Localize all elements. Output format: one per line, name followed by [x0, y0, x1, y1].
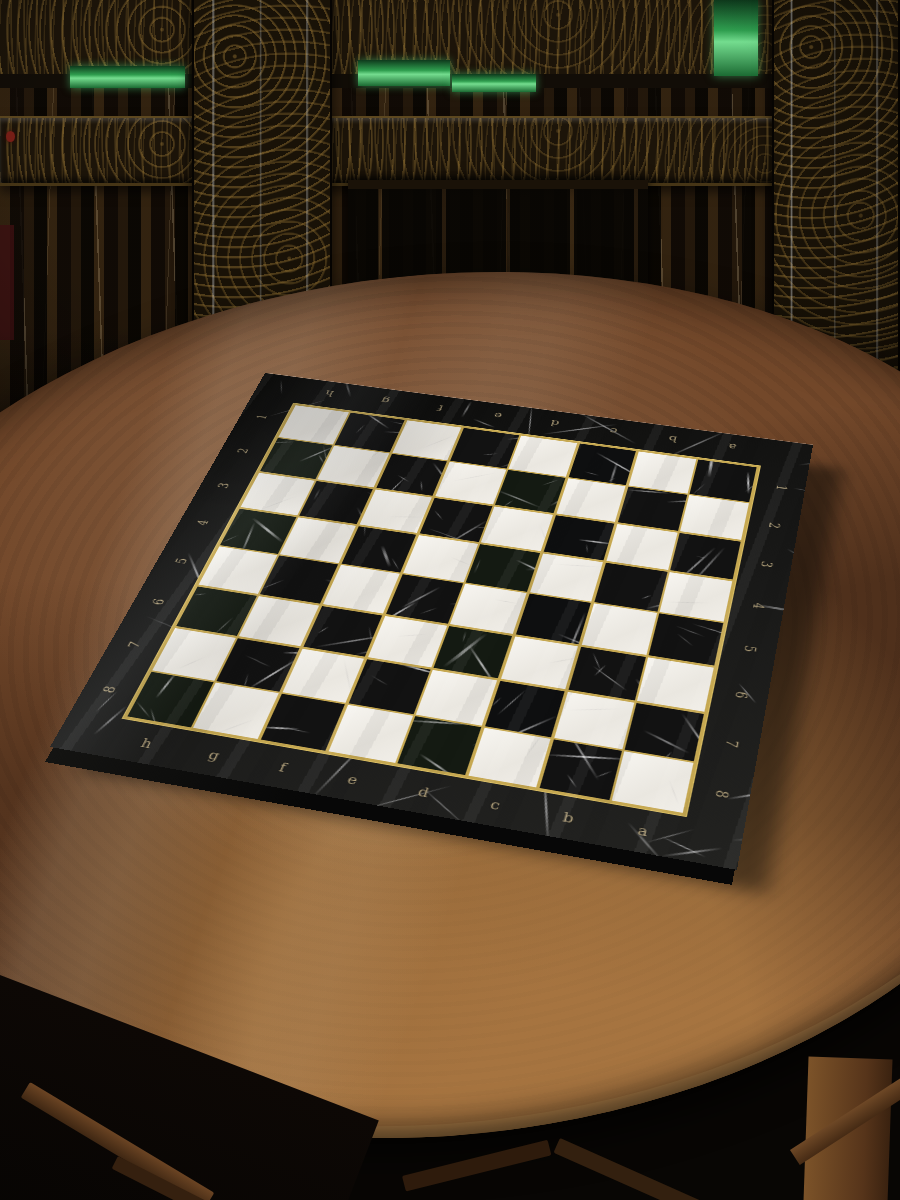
file-label-bottom-e: e: [346, 773, 360, 786]
rank-label-left-4: 4: [194, 519, 210, 526]
file-label-bottom-g: g: [207, 749, 222, 762]
file-label-bottom-b: b: [562, 811, 576, 825]
wood-strut: [402, 1140, 551, 1192]
file-label-bottom-c: c: [489, 798, 502, 811]
file-label-top-d: d: [550, 419, 561, 428]
rank-label-right-5: 5: [742, 645, 759, 654]
file-label-top-g: g: [379, 397, 390, 405]
file-label-top-b: b: [667, 435, 678, 444]
rank-label-right-6: 6: [733, 690, 750, 699]
rank-label-right-4: 4: [751, 602, 767, 610]
rank-label-left-8: 8: [100, 685, 118, 694]
file-label-top-a: a: [727, 442, 737, 451]
file-label-top-h: h: [324, 389, 336, 397]
rank-label-right-3: 3: [759, 561, 775, 569]
file-label-bottom-f: f: [277, 761, 288, 773]
scene: hhggffeeddccbbaa1122334455667788: [0, 0, 900, 1200]
rank-label-left-7: 7: [125, 640, 143, 649]
file-label-bottom-d: d: [416, 786, 430, 799]
rank-label-right-7: 7: [723, 738, 741, 748]
rank-label-right-2: 2: [767, 522, 782, 529]
file-label-bottom-h: h: [139, 737, 154, 750]
wood-strut: [553, 1138, 715, 1200]
rank-label-right-1: 1: [774, 484, 789, 491]
rank-label-left-2: 2: [235, 447, 250, 454]
rank-label-left-1: 1: [254, 414, 269, 420]
rank-label-left-3: 3: [215, 482, 231, 489]
rank-label-left-6: 6: [150, 598, 167, 606]
rank-label-right-8: 8: [713, 789, 731, 799]
file-label-top-e: e: [492, 411, 503, 419]
rank-label-left-5: 5: [173, 557, 190, 565]
file-label-top-c: c: [609, 427, 619, 436]
file-label-bottom-a: a: [636, 824, 649, 838]
file-label-top-f: f: [437, 404, 445, 412]
